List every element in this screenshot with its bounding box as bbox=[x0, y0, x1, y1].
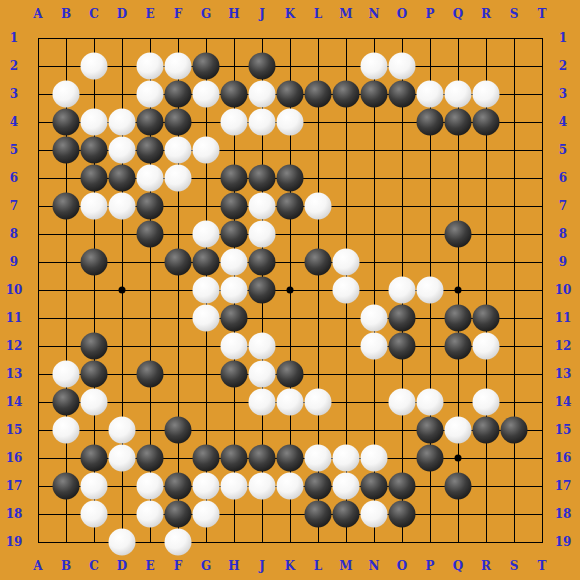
board-point-J9[interactable] bbox=[248, 248, 276, 276]
board-point-K9[interactable] bbox=[276, 248, 304, 276]
board-point-K1[interactable] bbox=[276, 24, 304, 52]
board-point-G4[interactable] bbox=[192, 108, 220, 136]
board-point-N9[interactable] bbox=[360, 248, 388, 276]
board-point-Q14[interactable] bbox=[444, 388, 472, 416]
board-point-B19[interactable] bbox=[52, 528, 80, 556]
board-point-O9[interactable] bbox=[388, 248, 416, 276]
board-point-H5[interactable] bbox=[220, 136, 248, 164]
board-point-K18[interactable] bbox=[276, 500, 304, 528]
board-point-B16[interactable] bbox=[52, 444, 80, 472]
board-point-E18[interactable] bbox=[136, 500, 164, 528]
board-point-C7[interactable] bbox=[80, 192, 108, 220]
board-point-M3[interactable] bbox=[332, 80, 360, 108]
board-point-P5[interactable] bbox=[416, 136, 444, 164]
board-point-D18[interactable] bbox=[108, 500, 136, 528]
board-point-L10[interactable] bbox=[304, 276, 332, 304]
board-point-O7[interactable] bbox=[388, 192, 416, 220]
board-point-O19[interactable] bbox=[388, 528, 416, 556]
board-point-R17[interactable] bbox=[472, 472, 500, 500]
board-point-P12[interactable] bbox=[416, 332, 444, 360]
board-point-C15[interactable] bbox=[80, 416, 108, 444]
board-point-H7[interactable] bbox=[220, 192, 248, 220]
board-point-C17[interactable] bbox=[80, 472, 108, 500]
board-point-B3[interactable] bbox=[52, 80, 80, 108]
board-point-K2[interactable] bbox=[276, 52, 304, 80]
board-point-O15[interactable] bbox=[388, 416, 416, 444]
board-point-N17[interactable] bbox=[360, 472, 388, 500]
board-point-R6[interactable] bbox=[472, 164, 500, 192]
board-point-N10[interactable] bbox=[360, 276, 388, 304]
board-point-H19[interactable] bbox=[220, 528, 248, 556]
board-point-B18[interactable] bbox=[52, 500, 80, 528]
board-point-H3[interactable] bbox=[220, 80, 248, 108]
board-point-C18[interactable] bbox=[80, 500, 108, 528]
board-point-O6[interactable] bbox=[388, 164, 416, 192]
board-point-S16[interactable] bbox=[500, 444, 528, 472]
board-point-S13[interactable] bbox=[500, 360, 528, 388]
board-point-T14[interactable] bbox=[528, 388, 556, 416]
board-point-T2[interactable] bbox=[528, 52, 556, 80]
board-point-T1[interactable] bbox=[528, 24, 556, 52]
board-point-P17[interactable] bbox=[416, 472, 444, 500]
board-point-A17[interactable] bbox=[24, 472, 52, 500]
board-point-H10[interactable] bbox=[220, 276, 248, 304]
board-point-T7[interactable] bbox=[528, 192, 556, 220]
board-point-P8[interactable] bbox=[416, 220, 444, 248]
board-point-Q19[interactable] bbox=[444, 528, 472, 556]
board-point-P4[interactable] bbox=[416, 108, 444, 136]
board-point-C6[interactable] bbox=[80, 164, 108, 192]
board-point-J2[interactable] bbox=[248, 52, 276, 80]
board-point-B11[interactable] bbox=[52, 304, 80, 332]
board-point-H15[interactable] bbox=[220, 416, 248, 444]
board-point-T10[interactable] bbox=[528, 276, 556, 304]
board-point-H17[interactable] bbox=[220, 472, 248, 500]
board-point-P6[interactable] bbox=[416, 164, 444, 192]
board-point-C4[interactable] bbox=[80, 108, 108, 136]
board-point-E19[interactable] bbox=[136, 528, 164, 556]
board-point-F3[interactable] bbox=[164, 80, 192, 108]
board-point-B13[interactable] bbox=[52, 360, 80, 388]
board-point-F18[interactable] bbox=[164, 500, 192, 528]
board-point-L6[interactable] bbox=[304, 164, 332, 192]
board-point-B7[interactable] bbox=[52, 192, 80, 220]
board-point-N18[interactable] bbox=[360, 500, 388, 528]
board-point-L14[interactable] bbox=[304, 388, 332, 416]
board-point-C13[interactable] bbox=[80, 360, 108, 388]
board-point-M10[interactable] bbox=[332, 276, 360, 304]
board-point-B9[interactable] bbox=[52, 248, 80, 276]
board-point-M16[interactable] bbox=[332, 444, 360, 472]
board-point-P9[interactable] bbox=[416, 248, 444, 276]
board-point-S8[interactable] bbox=[500, 220, 528, 248]
board-point-O12[interactable] bbox=[388, 332, 416, 360]
board-point-J4[interactable] bbox=[248, 108, 276, 136]
board-point-R1[interactable] bbox=[472, 24, 500, 52]
board-point-T11[interactable] bbox=[528, 304, 556, 332]
board-point-H18[interactable] bbox=[220, 500, 248, 528]
board-point-T13[interactable] bbox=[528, 360, 556, 388]
board-point-T15[interactable] bbox=[528, 416, 556, 444]
board-point-B2[interactable] bbox=[52, 52, 80, 80]
board-point-D6[interactable] bbox=[108, 164, 136, 192]
board-point-D1[interactable] bbox=[108, 24, 136, 52]
board-point-S17[interactable] bbox=[500, 472, 528, 500]
board-point-P13[interactable] bbox=[416, 360, 444, 388]
board-point-G13[interactable] bbox=[192, 360, 220, 388]
board-point-O11[interactable] bbox=[388, 304, 416, 332]
board-point-N6[interactable] bbox=[360, 164, 388, 192]
board-point-A3[interactable] bbox=[24, 80, 52, 108]
board-point-Q8[interactable] bbox=[444, 220, 472, 248]
board-point-G5[interactable] bbox=[192, 136, 220, 164]
board-point-O1[interactable] bbox=[388, 24, 416, 52]
board-point-T3[interactable] bbox=[528, 80, 556, 108]
board-point-S19[interactable] bbox=[500, 528, 528, 556]
board-point-H14[interactable] bbox=[220, 388, 248, 416]
board-point-D8[interactable] bbox=[108, 220, 136, 248]
board-point-F9[interactable] bbox=[164, 248, 192, 276]
board-point-S14[interactable] bbox=[500, 388, 528, 416]
board-point-E11[interactable] bbox=[136, 304, 164, 332]
board-point-J14[interactable] bbox=[248, 388, 276, 416]
board-point-C1[interactable] bbox=[80, 24, 108, 52]
board-point-G10[interactable] bbox=[192, 276, 220, 304]
board-point-O13[interactable] bbox=[388, 360, 416, 388]
board-point-E6[interactable] bbox=[136, 164, 164, 192]
board-point-B5[interactable] bbox=[52, 136, 80, 164]
board-point-M2[interactable] bbox=[332, 52, 360, 80]
board-point-L7[interactable] bbox=[304, 192, 332, 220]
board-point-D2[interactable] bbox=[108, 52, 136, 80]
board-point-O5[interactable] bbox=[388, 136, 416, 164]
board-point-A19[interactable] bbox=[24, 528, 52, 556]
board-point-K5[interactable] bbox=[276, 136, 304, 164]
board-point-R18[interactable] bbox=[472, 500, 500, 528]
board-point-H8[interactable] bbox=[220, 220, 248, 248]
board-point-O10[interactable] bbox=[388, 276, 416, 304]
board-point-K16[interactable] bbox=[276, 444, 304, 472]
board-point-A18[interactable] bbox=[24, 500, 52, 528]
board-point-E17[interactable] bbox=[136, 472, 164, 500]
board-point-L12[interactable] bbox=[304, 332, 332, 360]
board-point-R8[interactable] bbox=[472, 220, 500, 248]
board-point-E13[interactable] bbox=[136, 360, 164, 388]
board-point-J11[interactable] bbox=[248, 304, 276, 332]
board-point-F12[interactable] bbox=[164, 332, 192, 360]
board-point-T18[interactable] bbox=[528, 500, 556, 528]
board-point-L8[interactable] bbox=[304, 220, 332, 248]
board-point-S11[interactable] bbox=[500, 304, 528, 332]
board-point-R12[interactable] bbox=[472, 332, 500, 360]
board-point-E4[interactable] bbox=[136, 108, 164, 136]
board-point-M12[interactable] bbox=[332, 332, 360, 360]
board-point-T16[interactable] bbox=[528, 444, 556, 472]
board-point-Q15[interactable] bbox=[444, 416, 472, 444]
board-point-H2[interactable] bbox=[220, 52, 248, 80]
board-point-R5[interactable] bbox=[472, 136, 500, 164]
board-point-R11[interactable] bbox=[472, 304, 500, 332]
board-point-E2[interactable] bbox=[136, 52, 164, 80]
board-point-E16[interactable] bbox=[136, 444, 164, 472]
board-point-E14[interactable] bbox=[136, 388, 164, 416]
board-point-A11[interactable] bbox=[24, 304, 52, 332]
board-point-G8[interactable] bbox=[192, 220, 220, 248]
board-point-S18[interactable] bbox=[500, 500, 528, 528]
board-point-J17[interactable] bbox=[248, 472, 276, 500]
board-point-N5[interactable] bbox=[360, 136, 388, 164]
board-point-A14[interactable] bbox=[24, 388, 52, 416]
board-point-P10[interactable] bbox=[416, 276, 444, 304]
board-point-B15[interactable] bbox=[52, 416, 80, 444]
board-point-B6[interactable] bbox=[52, 164, 80, 192]
board-point-P1[interactable] bbox=[416, 24, 444, 52]
board-point-J6[interactable] bbox=[248, 164, 276, 192]
board-point-R19[interactable] bbox=[472, 528, 500, 556]
board-point-K13[interactable] bbox=[276, 360, 304, 388]
board-point-Q1[interactable] bbox=[444, 24, 472, 52]
board-point-N3[interactable] bbox=[360, 80, 388, 108]
board-point-B8[interactable] bbox=[52, 220, 80, 248]
board-point-R4[interactable] bbox=[472, 108, 500, 136]
board-point-D11[interactable] bbox=[108, 304, 136, 332]
board-point-K15[interactable] bbox=[276, 416, 304, 444]
board-point-J10[interactable] bbox=[248, 276, 276, 304]
board-point-R10[interactable] bbox=[472, 276, 500, 304]
board-point-H1[interactable] bbox=[220, 24, 248, 52]
board-point-H4[interactable] bbox=[220, 108, 248, 136]
board-point-K8[interactable] bbox=[276, 220, 304, 248]
board-point-T19[interactable] bbox=[528, 528, 556, 556]
board-point-P18[interactable] bbox=[416, 500, 444, 528]
board-point-F10[interactable] bbox=[164, 276, 192, 304]
board-point-K4[interactable] bbox=[276, 108, 304, 136]
board-point-F8[interactable] bbox=[164, 220, 192, 248]
board-point-R9[interactable] bbox=[472, 248, 500, 276]
board-point-D12[interactable] bbox=[108, 332, 136, 360]
board-point-C9[interactable] bbox=[80, 248, 108, 276]
board-point-G17[interactable] bbox=[192, 472, 220, 500]
board-point-A8[interactable] bbox=[24, 220, 52, 248]
board-point-S4[interactable] bbox=[500, 108, 528, 136]
board-point-M9[interactable] bbox=[332, 248, 360, 276]
board-point-H6[interactable] bbox=[220, 164, 248, 192]
board-point-E9[interactable] bbox=[136, 248, 164, 276]
board-point-G12[interactable] bbox=[192, 332, 220, 360]
board-point-F19[interactable] bbox=[164, 528, 192, 556]
board-point-G1[interactable] bbox=[192, 24, 220, 52]
board-point-J5[interactable] bbox=[248, 136, 276, 164]
board-point-M13[interactable] bbox=[332, 360, 360, 388]
board-point-A13[interactable] bbox=[24, 360, 52, 388]
board-point-Q9[interactable] bbox=[444, 248, 472, 276]
board-point-M5[interactable] bbox=[332, 136, 360, 164]
board-point-C14[interactable] bbox=[80, 388, 108, 416]
board-point-S10[interactable] bbox=[500, 276, 528, 304]
board-point-M6[interactable] bbox=[332, 164, 360, 192]
board-point-M14[interactable] bbox=[332, 388, 360, 416]
board-point-R2[interactable] bbox=[472, 52, 500, 80]
board-point-O3[interactable] bbox=[388, 80, 416, 108]
board-point-Q16[interactable] bbox=[444, 444, 472, 472]
board-point-D4[interactable] bbox=[108, 108, 136, 136]
board-point-C11[interactable] bbox=[80, 304, 108, 332]
board-point-G6[interactable] bbox=[192, 164, 220, 192]
board-point-E15[interactable] bbox=[136, 416, 164, 444]
board-point-A7[interactable] bbox=[24, 192, 52, 220]
board-point-R16[interactable] bbox=[472, 444, 500, 472]
board-point-Q10[interactable] bbox=[444, 276, 472, 304]
board-point-F2[interactable] bbox=[164, 52, 192, 80]
board-point-Q12[interactable] bbox=[444, 332, 472, 360]
board-point-H12[interactable] bbox=[220, 332, 248, 360]
board-point-M18[interactable] bbox=[332, 500, 360, 528]
board-point-A5[interactable] bbox=[24, 136, 52, 164]
board-point-J1[interactable] bbox=[248, 24, 276, 52]
board-point-L15[interactable] bbox=[304, 416, 332, 444]
board-point-N12[interactable] bbox=[360, 332, 388, 360]
board-point-L1[interactable] bbox=[304, 24, 332, 52]
board-point-M19[interactable] bbox=[332, 528, 360, 556]
board-point-P7[interactable] bbox=[416, 192, 444, 220]
board-point-N4[interactable] bbox=[360, 108, 388, 136]
board-point-K6[interactable] bbox=[276, 164, 304, 192]
board-point-C12[interactable] bbox=[80, 332, 108, 360]
board-point-B12[interactable] bbox=[52, 332, 80, 360]
board-point-D7[interactable] bbox=[108, 192, 136, 220]
board-point-Q4[interactable] bbox=[444, 108, 472, 136]
board-point-E10[interactable] bbox=[136, 276, 164, 304]
board-point-P2[interactable] bbox=[416, 52, 444, 80]
board-point-N7[interactable] bbox=[360, 192, 388, 220]
board-point-P16[interactable] bbox=[416, 444, 444, 472]
board-point-B10[interactable] bbox=[52, 276, 80, 304]
board-point-J3[interactable] bbox=[248, 80, 276, 108]
board-point-J18[interactable] bbox=[248, 500, 276, 528]
board-point-N15[interactable] bbox=[360, 416, 388, 444]
board-point-Q7[interactable] bbox=[444, 192, 472, 220]
board-point-J13[interactable] bbox=[248, 360, 276, 388]
board-point-Q6[interactable] bbox=[444, 164, 472, 192]
board-point-J19[interactable] bbox=[248, 528, 276, 556]
board-point-Q11[interactable] bbox=[444, 304, 472, 332]
board-point-C2[interactable] bbox=[80, 52, 108, 80]
board-point-F1[interactable] bbox=[164, 24, 192, 52]
board-point-G2[interactable] bbox=[192, 52, 220, 80]
board-point-S3[interactable] bbox=[500, 80, 528, 108]
board-point-G15[interactable] bbox=[192, 416, 220, 444]
board-point-O18[interactable] bbox=[388, 500, 416, 528]
board-point-O14[interactable] bbox=[388, 388, 416, 416]
board-point-N2[interactable] bbox=[360, 52, 388, 80]
board-point-N16[interactable] bbox=[360, 444, 388, 472]
board-point-D13[interactable] bbox=[108, 360, 136, 388]
board-point-L11[interactable] bbox=[304, 304, 332, 332]
board-point-P3[interactable] bbox=[416, 80, 444, 108]
board-point-D3[interactable] bbox=[108, 80, 136, 108]
board-point-Q18[interactable] bbox=[444, 500, 472, 528]
board-point-S1[interactable] bbox=[500, 24, 528, 52]
board-point-S9[interactable] bbox=[500, 248, 528, 276]
board-point-Q13[interactable] bbox=[444, 360, 472, 388]
board-point-R3[interactable] bbox=[472, 80, 500, 108]
board-point-L2[interactable] bbox=[304, 52, 332, 80]
board-point-A6[interactable] bbox=[24, 164, 52, 192]
board-point-H9[interactable] bbox=[220, 248, 248, 276]
board-point-N19[interactable] bbox=[360, 528, 388, 556]
board-point-K11[interactable] bbox=[276, 304, 304, 332]
board-point-K10[interactable] bbox=[276, 276, 304, 304]
board-point-F16[interactable] bbox=[164, 444, 192, 472]
board-point-K17[interactable] bbox=[276, 472, 304, 500]
board-point-R13[interactable] bbox=[472, 360, 500, 388]
board-point-S6[interactable] bbox=[500, 164, 528, 192]
board-point-L19[interactable] bbox=[304, 528, 332, 556]
board-point-K7[interactable] bbox=[276, 192, 304, 220]
board-point-H16[interactable] bbox=[220, 444, 248, 472]
board-point-Q2[interactable] bbox=[444, 52, 472, 80]
board-point-R14[interactable] bbox=[472, 388, 500, 416]
board-point-J12[interactable] bbox=[248, 332, 276, 360]
board-point-L13[interactable] bbox=[304, 360, 332, 388]
board-point-O16[interactable] bbox=[388, 444, 416, 472]
board-point-M15[interactable] bbox=[332, 416, 360, 444]
board-point-A2[interactable] bbox=[24, 52, 52, 80]
board-point-E1[interactable] bbox=[136, 24, 164, 52]
board-point-G3[interactable] bbox=[192, 80, 220, 108]
board-point-G19[interactable] bbox=[192, 528, 220, 556]
board-point-D15[interactable] bbox=[108, 416, 136, 444]
board-point-M17[interactable] bbox=[332, 472, 360, 500]
board-point-E5[interactable] bbox=[136, 136, 164, 164]
board-point-P14[interactable] bbox=[416, 388, 444, 416]
board-point-C8[interactable] bbox=[80, 220, 108, 248]
board-point-E7[interactable] bbox=[136, 192, 164, 220]
board-point-S7[interactable] bbox=[500, 192, 528, 220]
board-point-L18[interactable] bbox=[304, 500, 332, 528]
board-point-G11[interactable] bbox=[192, 304, 220, 332]
board-point-Q5[interactable] bbox=[444, 136, 472, 164]
board-point-L3[interactable] bbox=[304, 80, 332, 108]
board-point-S5[interactable] bbox=[500, 136, 528, 164]
board-point-A12[interactable] bbox=[24, 332, 52, 360]
board-point-B14[interactable] bbox=[52, 388, 80, 416]
board-point-M1[interactable] bbox=[332, 24, 360, 52]
board-point-L4[interactable] bbox=[304, 108, 332, 136]
board-point-A15[interactable] bbox=[24, 416, 52, 444]
board-point-E12[interactable] bbox=[136, 332, 164, 360]
board-point-K12[interactable] bbox=[276, 332, 304, 360]
board-point-M11[interactable] bbox=[332, 304, 360, 332]
board-point-D19[interactable] bbox=[108, 528, 136, 556]
board-point-F15[interactable] bbox=[164, 416, 192, 444]
board-point-G18[interactable] bbox=[192, 500, 220, 528]
board-point-N11[interactable] bbox=[360, 304, 388, 332]
board-point-P15[interactable] bbox=[416, 416, 444, 444]
board-point-D17[interactable] bbox=[108, 472, 136, 500]
board-point-J15[interactable] bbox=[248, 416, 276, 444]
board-point-S12[interactable] bbox=[500, 332, 528, 360]
board-point-J7[interactable] bbox=[248, 192, 276, 220]
board-point-K14[interactable] bbox=[276, 388, 304, 416]
board-point-T4[interactable] bbox=[528, 108, 556, 136]
board-point-J16[interactable] bbox=[248, 444, 276, 472]
board-point-J8[interactable] bbox=[248, 220, 276, 248]
board-point-C10[interactable] bbox=[80, 276, 108, 304]
board-point-P11[interactable] bbox=[416, 304, 444, 332]
board-point-A10[interactable] bbox=[24, 276, 52, 304]
board-point-C19[interactable] bbox=[80, 528, 108, 556]
